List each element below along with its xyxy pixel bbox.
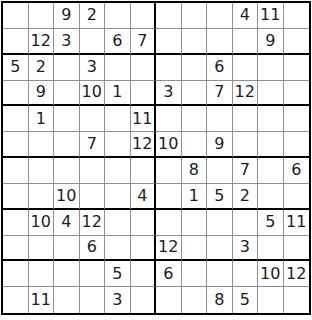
cell-r7c6[interactable] (131, 158, 157, 184)
cell-r12c9[interactable]: 8 (207, 287, 233, 313)
cell-r7c9[interactable] (207, 158, 233, 184)
cell-r5c4[interactable] (80, 106, 106, 132)
cell-r1c10[interactable]: 4 (233, 3, 259, 29)
cell-r4c3[interactable] (54, 81, 80, 107)
cell-r3c12[interactable] (284, 55, 310, 81)
cell-r5c10[interactable] (233, 106, 259, 132)
cell-r3c8[interactable] (182, 55, 208, 81)
cell-r12c4[interactable] (80, 287, 106, 313)
cell-r5c5[interactable] (105, 106, 131, 132)
cell-r6c6[interactable]: 12 (131, 132, 157, 158)
cell-r4c8[interactable] (182, 81, 208, 107)
cell-r3c6[interactable] (131, 55, 157, 81)
cell-r4c6[interactable] (131, 81, 157, 107)
cell-r6c5[interactable] (105, 132, 131, 158)
cell-r10c2[interactable] (29, 236, 55, 262)
cell-r11c9[interactable] (207, 261, 233, 287)
cell-r7c7[interactable] (156, 158, 182, 184)
puzzle-page: 9241112367952369101371211171210987610415… (0, 0, 312, 320)
cell-r11c1[interactable] (3, 261, 29, 287)
cell-r9c4[interactable]: 12 (80, 210, 106, 236)
cell-r7c3[interactable] (54, 158, 80, 184)
cell-r7c1[interactable] (3, 158, 29, 184)
cell-r12c1[interactable] (3, 287, 29, 313)
cell-r9c3[interactable]: 4 (54, 210, 80, 236)
cell-r12c11[interactable] (258, 287, 284, 313)
cell-r8c11[interactable] (258, 184, 284, 210)
cell-r6c10[interactable] (233, 132, 259, 158)
cell-r4c9[interactable]: 7 (207, 81, 233, 107)
cell-r7c11[interactable] (258, 158, 284, 184)
cell-r8c1[interactable] (3, 184, 29, 210)
cell-r6c11[interactable] (258, 132, 284, 158)
cell-r9c10[interactable] (233, 210, 259, 236)
cell-r4c1[interactable] (3, 81, 29, 107)
cell-r10c4[interactable]: 6 (80, 236, 106, 262)
cell-r9c12[interactable]: 11 (284, 210, 310, 236)
cell-r3c4[interactable]: 3 (80, 55, 106, 81)
cell-r12c12[interactable] (284, 287, 310, 313)
cell-r11c7[interactable]: 6 (156, 261, 182, 287)
cell-r6c12[interactable] (284, 132, 310, 158)
cell-r11c2[interactable] (29, 261, 55, 287)
cell-r11c8[interactable] (182, 261, 208, 287)
cell-r10c7[interactable]: 12 (156, 236, 182, 262)
cell-r10c1[interactable] (3, 236, 29, 262)
cell-r10c5[interactable] (105, 236, 131, 262)
cell-r5c3[interactable] (54, 106, 80, 132)
cell-r8c12[interactable] (284, 184, 310, 210)
cell-r6c8[interactable] (182, 132, 208, 158)
cell-r1c2[interactable] (29, 3, 55, 29)
cell-r2c8[interactable] (182, 29, 208, 55)
cell-r6c2[interactable] (29, 132, 55, 158)
cell-r10c9[interactable] (207, 236, 233, 262)
cell-r5c9[interactable] (207, 106, 233, 132)
cell-r10c10[interactable]: 3 (233, 236, 259, 262)
cell-r5c2[interactable]: 1 (29, 106, 55, 132)
cell-r11c4[interactable] (80, 261, 106, 287)
cell-r12c7[interactable] (156, 287, 182, 313)
cell-r6c7[interactable]: 10 (156, 132, 182, 158)
cell-r12c10[interactable]: 5 (233, 287, 259, 313)
cell-r1c1[interactable] (3, 3, 29, 29)
cell-r10c12[interactable] (284, 236, 310, 262)
cell-r8c2[interactable] (29, 184, 55, 210)
cell-r11c5[interactable]: 5 (105, 261, 131, 287)
cell-r7c5[interactable] (105, 158, 131, 184)
cell-r2c6[interactable]: 7 (131, 29, 157, 55)
cell-r1c9[interactable] (207, 3, 233, 29)
cell-r2c11[interactable]: 9 (258, 29, 284, 55)
cell-r6c4[interactable]: 7 (80, 132, 106, 158)
cell-r10c11[interactable] (258, 236, 284, 262)
cell-r7c2[interactable] (29, 158, 55, 184)
cell-r5c8[interactable] (182, 106, 208, 132)
cell-r9c11[interactable]: 5 (258, 210, 284, 236)
cell-r2c12[interactable] (284, 29, 310, 55)
cell-r7c4[interactable] (80, 158, 106, 184)
cell-r7c10[interactable]: 7 (233, 158, 259, 184)
cell-r1c11[interactable]: 11 (258, 3, 284, 29)
cell-r1c12[interactable] (284, 3, 310, 29)
sudoku-board: 9241112367952369101371211171210987610415… (1, 1, 311, 315)
cell-r4c10[interactable]: 12 (233, 81, 259, 107)
cell-r7c12[interactable]: 6 (284, 158, 310, 184)
cell-r4c2[interactable]: 9 (29, 81, 55, 107)
cell-r3c5[interactable] (105, 55, 131, 81)
cell-r5c11[interactable] (258, 106, 284, 132)
cell-r2c7[interactable] (156, 29, 182, 55)
cell-r1c4[interactable]: 2 (80, 3, 106, 29)
cell-r2c3[interactable]: 3 (54, 29, 80, 55)
cell-r9c8[interactable] (182, 210, 208, 236)
cell-r2c4[interactable] (80, 29, 106, 55)
cell-r12c3[interactable] (54, 287, 80, 313)
cell-r8c8[interactable]: 1 (182, 184, 208, 210)
cell-r9c2[interactable]: 10 (29, 210, 55, 236)
cell-r9c7[interactable] (156, 210, 182, 236)
cell-r10c3[interactable] (54, 236, 80, 262)
cell-r3c1[interactable]: 5 (3, 55, 29, 81)
cell-r3c10[interactable] (233, 55, 259, 81)
cell-r9c5[interactable] (105, 210, 131, 236)
cell-r2c2[interactable]: 12 (29, 29, 55, 55)
cell-r4c11[interactable] (258, 81, 284, 107)
cell-r3c7[interactable] (156, 55, 182, 81)
cell-r3c2[interactable]: 2 (29, 55, 55, 81)
cell-r4c12[interactable] (284, 81, 310, 107)
cell-r8c4[interactable] (80, 184, 106, 210)
cell-r11c3[interactable] (54, 261, 80, 287)
cell-r8c7[interactable] (156, 184, 182, 210)
cell-r2c9[interactable] (207, 29, 233, 55)
cell-r12c8[interactable] (182, 287, 208, 313)
cell-r6c1[interactable] (3, 132, 29, 158)
cell-r2c10[interactable] (233, 29, 259, 55)
cell-r1c5[interactable] (105, 3, 131, 29)
cell-r12c6[interactable] (131, 287, 157, 313)
cell-r4c5[interactable]: 1 (105, 81, 131, 107)
cell-r12c2[interactable]: 11 (29, 287, 55, 313)
cell-r4c4[interactable]: 10 (80, 81, 106, 107)
cell-r8c9[interactable]: 5 (207, 184, 233, 210)
cell-r2c5[interactable]: 6 (105, 29, 131, 55)
cell-r11c11[interactable]: 10 (258, 261, 284, 287)
cell-r5c12[interactable] (284, 106, 310, 132)
cell-r11c10[interactable] (233, 261, 259, 287)
cell-r1c3[interactable]: 9 (54, 3, 80, 29)
cell-r5c1[interactable] (3, 106, 29, 132)
cell-r3c11[interactable] (258, 55, 284, 81)
cell-r8c6[interactable]: 4 (131, 184, 157, 210)
cell-r5c6[interactable]: 11 (131, 106, 157, 132)
cell-r3c3[interactable] (54, 55, 80, 81)
cell-r8c3[interactable]: 10 (54, 184, 80, 210)
cell-r1c6[interactable] (131, 3, 157, 29)
cell-r11c12[interactable]: 12 (284, 261, 310, 287)
cell-r4c7[interactable]: 3 (156, 81, 182, 107)
cell-r11c6[interactable] (131, 261, 157, 287)
cell-r7c8[interactable]: 8 (182, 158, 208, 184)
cell-r9c6[interactable] (131, 210, 157, 236)
cell-r8c10[interactable]: 2 (233, 184, 259, 210)
cell-r3c9[interactable]: 6 (207, 55, 233, 81)
cell-r1c7[interactable] (156, 3, 182, 29)
cell-r6c3[interactable] (54, 132, 80, 158)
cell-r9c9[interactable] (207, 210, 233, 236)
cell-r8c5[interactable] (105, 184, 131, 210)
cell-r10c6[interactable] (131, 236, 157, 262)
cell-r1c8[interactable] (182, 3, 208, 29)
cell-r9c1[interactable] (3, 210, 29, 236)
cell-r10c8[interactable] (182, 236, 208, 262)
cell-r6c9[interactable]: 9 (207, 132, 233, 158)
cell-r5c7[interactable] (156, 106, 182, 132)
cell-r2c1[interactable] (3, 29, 29, 55)
cell-r12c5[interactable]: 3 (105, 287, 131, 313)
